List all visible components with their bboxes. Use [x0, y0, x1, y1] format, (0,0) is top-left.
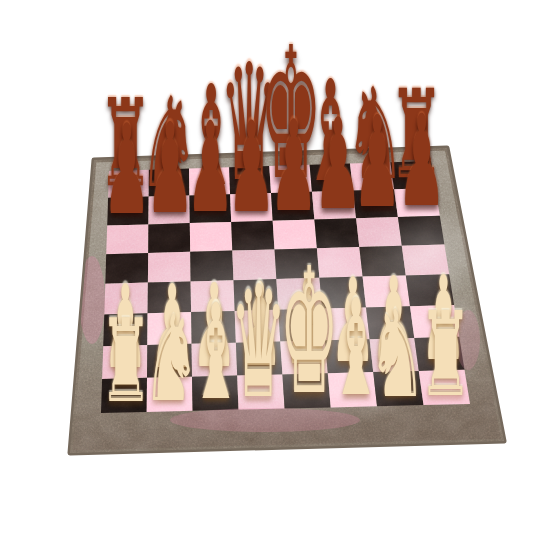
pieces-layer: ♜♞♝♛♚♝♞♜♟♟♟♟♟♟♟♟♟♟♟♟♟♟♟♟♜♞♝♛♚♝♞♜: [0, 0, 533, 533]
chessboard-photo: ♜♞♝♛♚♝♞♜♟♟♟♟♟♟♟♟♟♟♟♟♟♟♟♟♜♞♝♛♚♝♞♜: [0, 0, 533, 533]
piece-white-rook-h1[interactable]: ♜: [415, 296, 475, 413]
piece-black-pawn-h7[interactable]: ♟: [394, 99, 449, 226]
